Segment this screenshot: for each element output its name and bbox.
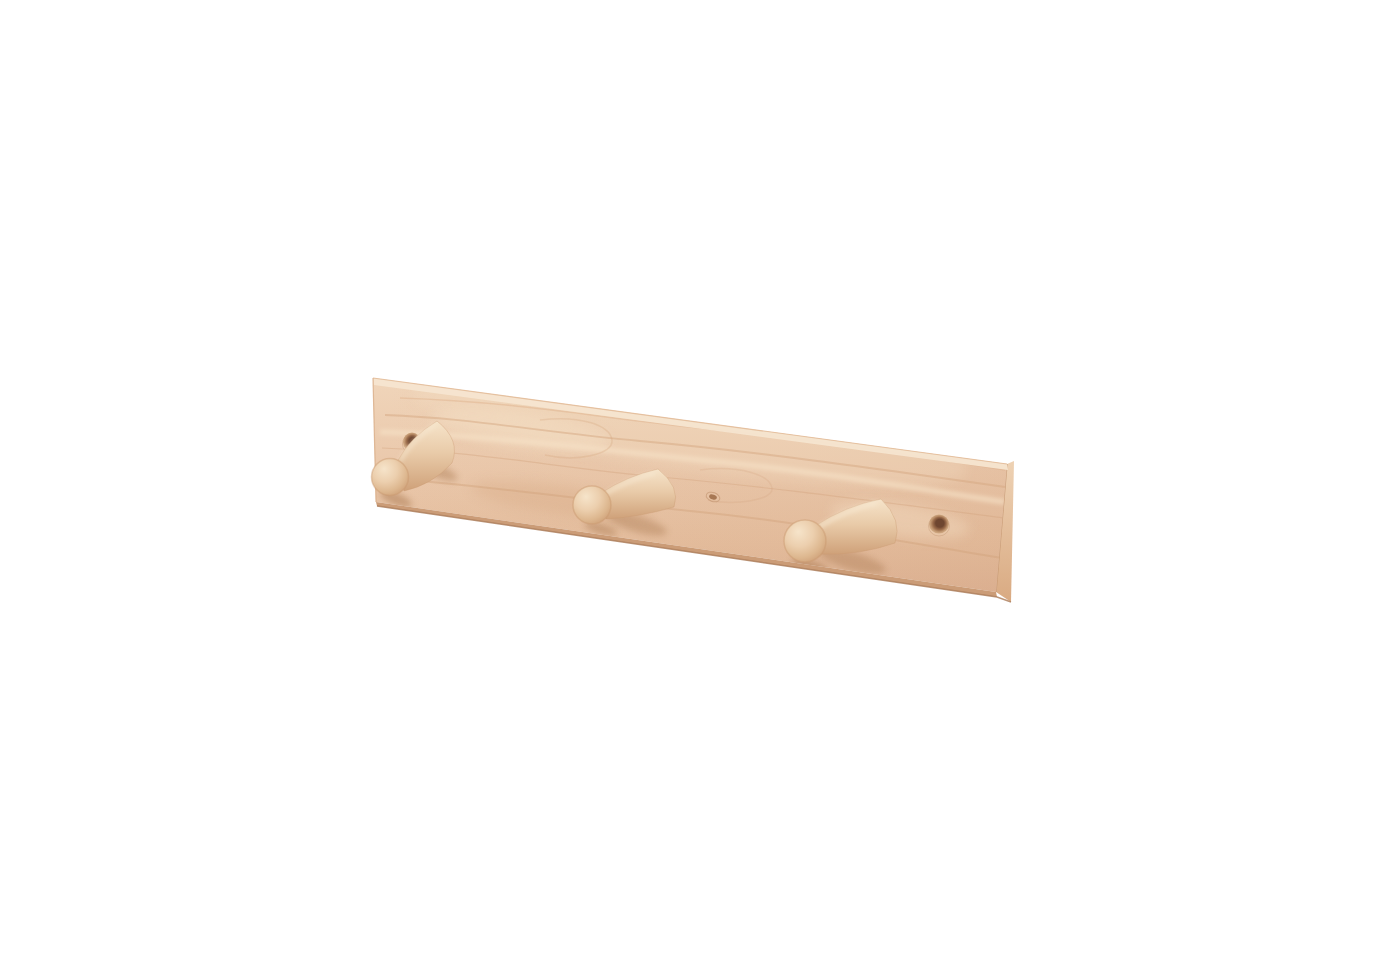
screw-hole-right	[929, 515, 949, 534]
peg-2-ball	[573, 486, 611, 524]
product-page-background	[0, 0, 1400, 960]
product-photo	[0, 0, 1400, 960]
peg-1-ball	[372, 459, 409, 496]
coat-rack-illustration	[0, 0, 1400, 960]
peg-3-ball	[784, 520, 826, 562]
